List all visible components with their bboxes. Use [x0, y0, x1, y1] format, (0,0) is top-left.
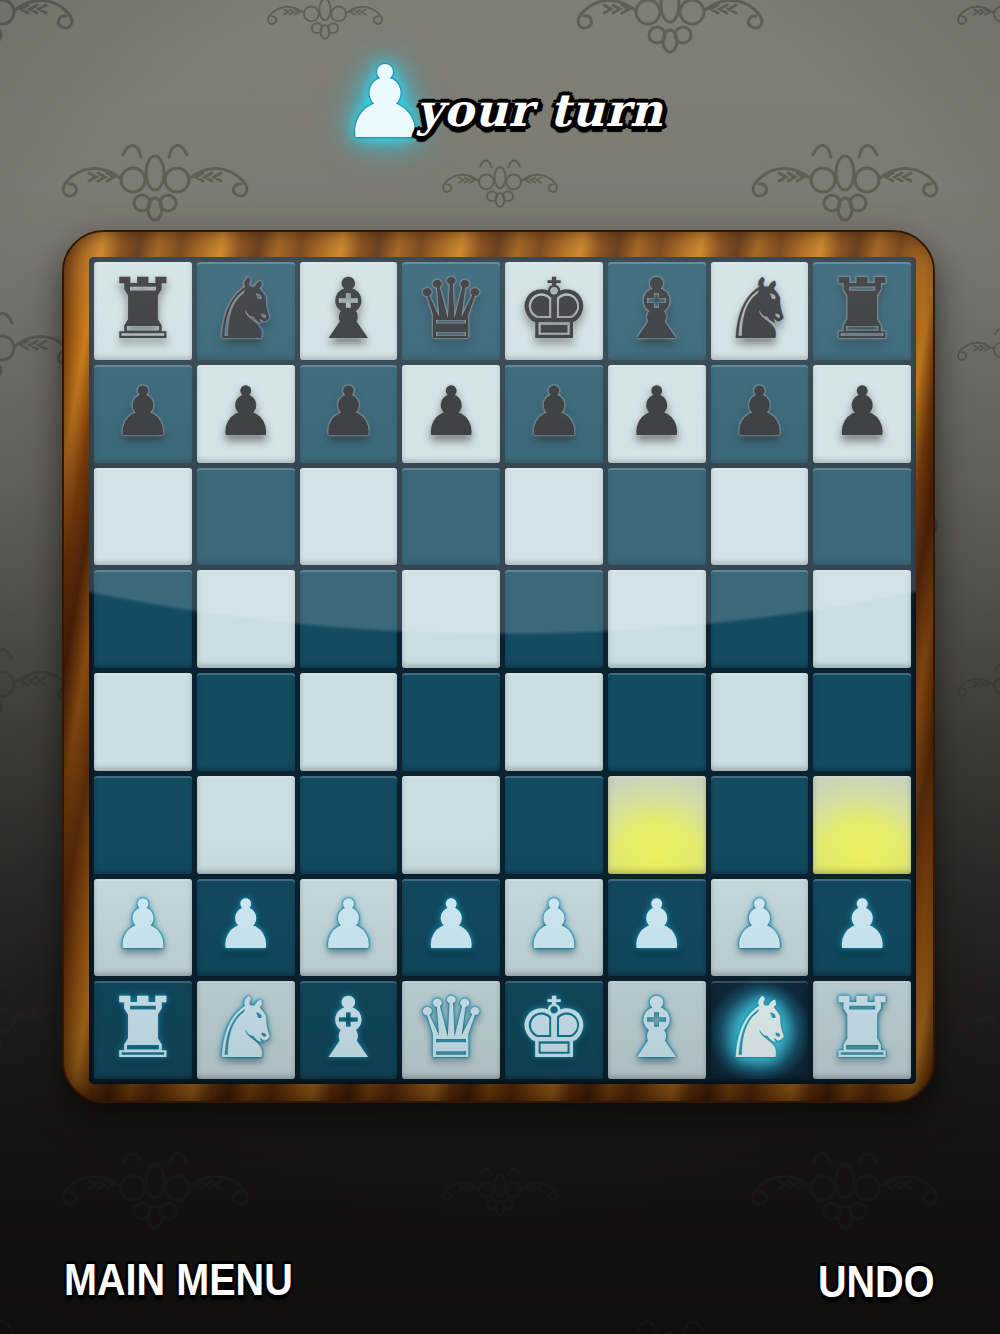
square-h4[interactable]: [813, 673, 911, 771]
square-g8[interactable]: ♞: [711, 262, 809, 360]
piece-black-bishop: ♝: [619, 267, 694, 351]
square-h7[interactable]: ♟: [813, 365, 911, 463]
square-d1[interactable]: ♛: [402, 981, 500, 1079]
damask-flourish-ornament: [947, 0, 1000, 49]
piece-black-knight: ♞: [208, 267, 283, 351]
square-b4[interactable]: [197, 673, 295, 771]
square-a1[interactable]: ♜: [94, 981, 192, 1079]
square-h8[interactable]: ♜: [813, 262, 911, 360]
square-a2[interactable]: ♟: [94, 879, 192, 977]
damask-flourish-ornament: [0, 0, 90, 69]
square-a4[interactable]: [94, 673, 192, 771]
square-f2[interactable]: ♟: [608, 879, 706, 977]
square-g5[interactable]: [711, 570, 809, 668]
damask-flourish-ornament: [947, 1329, 1000, 1334]
damask-flourish-ornament: [257, 0, 393, 49]
square-d7[interactable]: ♟: [402, 365, 500, 463]
square-h3[interactable]: [813, 776, 911, 874]
piece-white-king: ♚: [516, 986, 591, 1070]
damask-flourish-ornament: [257, 1329, 393, 1334]
square-b8[interactable]: ♞: [197, 262, 295, 360]
square-c6[interactable]: [300, 468, 398, 566]
square-h5[interactable]: [813, 570, 911, 668]
piece-white-rook: ♜: [824, 986, 899, 1070]
square-g2[interactable]: ♟: [711, 879, 809, 977]
chess-app-screen: { "game": "chess", "header": { "turn_paw…: [0, 0, 1000, 1334]
piece-black-bishop: ♝: [311, 267, 386, 351]
square-d5[interactable]: [402, 570, 500, 668]
square-c8[interactable]: ♝: [300, 262, 398, 360]
square-h6[interactable]: [813, 468, 911, 566]
square-c7[interactable]: ♟: [300, 365, 398, 463]
piece-white-knight: ♞: [722, 986, 797, 1070]
square-d4[interactable]: [402, 673, 500, 771]
square-e5[interactable]: [505, 570, 603, 668]
damask-flourish-ornament: [735, 1141, 955, 1245]
piece-white-pawn: ♟: [729, 891, 790, 959]
damask-flourish-ornament: [947, 993, 1000, 1057]
square-c3[interactable]: [300, 776, 398, 874]
square-d6[interactable]: [402, 468, 500, 566]
piece-white-pawn: ♟: [626, 891, 687, 959]
damask-flourish-ornament: [947, 321, 1000, 385]
square-c4[interactable]: [300, 673, 398, 771]
main-menu-button[interactable]: MAIN MENU: [64, 1254, 293, 1306]
square-c5[interactable]: [300, 570, 398, 668]
square-h1[interactable]: ♜: [813, 981, 911, 1079]
undo-button[interactable]: UNDO: [817, 1256, 934, 1308]
turn-status-label: your turn: [400, 84, 680, 137]
square-f4[interactable]: [608, 673, 706, 771]
piece-black-knight: ♞: [722, 267, 797, 351]
square-e4[interactable]: [505, 673, 603, 771]
damask-flourish-ornament: [560, 1309, 780, 1334]
square-f6[interactable]: [608, 468, 706, 566]
piece-white-knight: ♞: [208, 986, 283, 1070]
square-e3[interactable]: [505, 776, 603, 874]
chess-board: ♜♞♝♛♚♝♞♜♟♟♟♟♟♟♟♟♟♟♟♟♟♟♟♟♜♞♝♛♚♝♞♜: [89, 257, 916, 1084]
square-a8[interactable]: ♜: [94, 262, 192, 360]
square-e7[interactable]: ♟: [505, 365, 603, 463]
piece-black-pawn: ♟: [832, 378, 893, 446]
square-f7[interactable]: ♟: [608, 365, 706, 463]
square-g1[interactable]: ♞: [711, 981, 809, 1079]
square-c2[interactable]: ♟: [300, 879, 398, 977]
piece-black-rook: ♜: [105, 267, 180, 351]
damask-flourish-ornament: [432, 1161, 568, 1225]
piece-black-pawn: ♟: [626, 378, 687, 446]
piece-white-pawn: ♟: [421, 891, 482, 959]
square-g4[interactable]: [711, 673, 809, 771]
damask-flourish-ornament: [560, 0, 780, 69]
piece-black-pawn: ♟: [112, 378, 173, 446]
square-a7[interactable]: ♟: [94, 365, 192, 463]
square-g6[interactable]: [711, 468, 809, 566]
piece-white-bishop: ♝: [619, 986, 694, 1070]
square-e6[interactable]: [505, 468, 603, 566]
piece-black-king: ♚: [516, 267, 591, 351]
square-f8[interactable]: ♝: [608, 262, 706, 360]
piece-white-pawn: ♟: [112, 891, 173, 959]
piece-white-queen: ♛: [413, 986, 488, 1070]
square-e2[interactable]: ♟: [505, 879, 603, 977]
square-b1[interactable]: ♞: [197, 981, 295, 1079]
damask-flourish-ornament: [432, 153, 568, 217]
square-e1[interactable]: ♚: [505, 981, 603, 1079]
damask-flourish-ornament: [735, 133, 955, 237]
square-d8[interactable]: ♛: [402, 262, 500, 360]
piece-black-pawn: ♟: [421, 378, 482, 446]
piece-black-rook: ♜: [824, 267, 899, 351]
piece-white-bishop: ♝: [311, 986, 386, 1070]
board-grid: ♜♞♝♛♚♝♞♜♟♟♟♟♟♟♟♟♟♟♟♟♟♟♟♟♜♞♝♛♚♝♞♜: [94, 262, 911, 1079]
piece-white-pawn: ♟: [832, 891, 893, 959]
square-b6[interactable]: [197, 468, 295, 566]
chess-board-frame: ♜♞♝♛♚♝♞♜♟♟♟♟♟♟♟♟♟♟♟♟♟♟♟♟♜♞♝♛♚♝♞♜: [62, 230, 935, 1103]
square-b2[interactable]: ♟: [197, 879, 295, 977]
damask-flourish-ornament: [45, 1141, 265, 1245]
square-b7[interactable]: ♟: [197, 365, 295, 463]
square-b5[interactable]: [197, 570, 295, 668]
square-a5[interactable]: [94, 570, 192, 668]
square-a3[interactable]: [94, 776, 192, 874]
piece-white-rook: ♜: [105, 986, 180, 1070]
square-f5[interactable]: [608, 570, 706, 668]
square-h2[interactable]: ♟: [813, 879, 911, 977]
square-f3[interactable]: [608, 776, 706, 874]
damask-flourish-ornament: [0, 1309, 90, 1334]
square-d3[interactable]: [402, 776, 500, 874]
square-d2[interactable]: ♟: [402, 879, 500, 977]
piece-black-pawn: ♟: [318, 378, 379, 446]
square-c1[interactable]: ♝: [300, 981, 398, 1079]
piece-white-pawn: ♟: [318, 891, 379, 959]
square-g7[interactable]: ♟: [711, 365, 809, 463]
damask-flourish-ornament: [947, 657, 1000, 721]
square-f1[interactable]: ♝: [608, 981, 706, 1079]
piece-black-pawn: ♟: [729, 378, 790, 446]
square-a6[interactable]: [94, 468, 192, 566]
square-g3[interactable]: [711, 776, 809, 874]
piece-black-pawn: ♟: [215, 378, 276, 446]
piece-black-queen: ♛: [413, 267, 488, 351]
piece-white-pawn: ♟: [215, 891, 276, 959]
square-b3[interactable]: [197, 776, 295, 874]
piece-black-pawn: ♟: [523, 378, 584, 446]
damask-flourish-ornament: [45, 133, 265, 237]
piece-white-pawn: ♟: [523, 891, 584, 959]
square-e8[interactable]: ♚: [505, 262, 603, 360]
